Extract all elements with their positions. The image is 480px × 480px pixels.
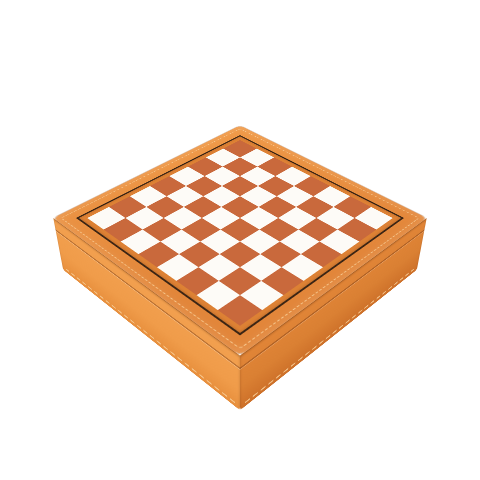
chess-box: ♜♞♝♛♚♝♞♜♟♟♟♟♟♟♟♟♟♟♟♟♟♟♟♟♜♞♝♛♚♝♞♜ — [53, 126, 426, 356]
black-pawn-icon: ♟ — [92, 203, 153, 230]
white-rook-icon: ♜ — [205, 276, 275, 311]
product-photo-scene: ♜♞♝♛♚♝♞♜♟♟♟♟♟♟♟♟♟♟♟♟♟♟♟♟♜♞♝♛♚♝♞♜ — [0, 0, 480, 480]
